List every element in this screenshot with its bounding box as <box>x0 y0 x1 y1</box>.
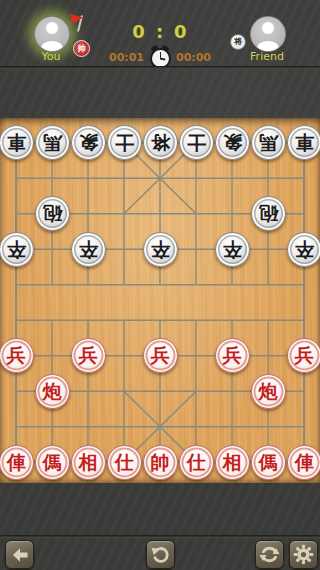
back-button[interactable] <box>5 540 34 569</box>
divider <box>0 66 320 69</box>
piece-red-soldier[interactable]: 兵 <box>287 338 320 373</box>
piece-red-soldier[interactable]: 兵 <box>71 338 106 373</box>
piece-black-soldier[interactable]: 卒 <box>143 232 178 267</box>
score-separator: : <box>156 21 164 42</box>
player-friend-label: Friend <box>232 50 302 63</box>
piece-black-soldier[interactable]: 卒 <box>287 232 320 267</box>
piece-black-cannon[interactable]: 砲 <box>251 196 286 231</box>
xiangqi-app: 帅 You 0:0 00:01 00:00 将 Friend 車馬象士将士象馬車… <box>0 0 320 570</box>
piece-black-horse[interactable]: 馬 <box>251 125 286 160</box>
piece-red-horse[interactable]: 傌 <box>35 445 70 480</box>
xiangqi-board[interactable]: 車馬象士将士象馬車砲砲卒卒卒卒卒兵兵兵兵兵炮炮俥傌相仕帥仕相傌俥 <box>0 118 320 483</box>
piece-red-advisor[interactable]: 仕 <box>107 445 142 480</box>
piece-red-horse[interactable]: 傌 <box>251 445 286 480</box>
undo-icon <box>150 544 171 565</box>
piece-red-chariot[interactable]: 俥 <box>0 445 34 480</box>
piece-black-advisor[interactable]: 士 <box>179 125 214 160</box>
piece-red-cannon[interactable]: 炮 <box>251 374 286 409</box>
timer-you: 00:01 <box>109 51 144 64</box>
clock-icon <box>149 46 171 68</box>
piece-black-horse[interactable]: 馬 <box>35 125 70 160</box>
piece-red-general[interactable]: 帥 <box>143 445 178 480</box>
piece-red-elephant[interactable]: 相 <box>215 445 250 480</box>
piece-black-chariot[interactable]: 車 <box>287 125 320 160</box>
piece-black-soldier[interactable]: 卒 <box>71 232 106 267</box>
bottom-toolbar <box>0 538 320 570</box>
piece-black-chariot[interactable]: 車 <box>0 125 34 160</box>
timer-friend: 00:00 <box>176 51 211 64</box>
piece-red-chariot[interactable]: 俥 <box>287 445 320 480</box>
undo-button[interactable] <box>146 540 175 569</box>
score-you: 0 <box>132 21 146 42</box>
score-friend: 0 <box>174 21 188 42</box>
piece-black-advisor[interactable]: 士 <box>107 125 142 160</box>
restart-button[interactable] <box>255 540 284 569</box>
player-friend-avatar[interactable] <box>250 16 286 52</box>
piece-red-soldier[interactable]: 兵 <box>215 338 250 373</box>
settings-button[interactable] <box>289 540 318 569</box>
back-arrow-icon <box>10 545 30 565</box>
piece-black-soldier[interactable]: 卒 <box>215 232 250 267</box>
piece-red-advisor[interactable]: 仕 <box>179 445 214 480</box>
restart-icon <box>259 544 280 565</box>
pieces-layer: 車馬象士将士象馬車砲砲卒卒卒卒卒兵兵兵兵兵炮炮俥傌相仕帥仕相傌俥 <box>0 125 320 480</box>
piece-black-general[interactable]: 将 <box>143 125 178 160</box>
person-icon <box>262 22 274 34</box>
gear-icon <box>293 544 314 565</box>
piece-black-cannon[interactable]: 砲 <box>35 196 70 231</box>
piece-red-soldier[interactable]: 兵 <box>143 338 178 373</box>
piece-black-elephant[interactable]: 象 <box>215 125 250 160</box>
piece-black-soldier[interactable]: 卒 <box>0 232 34 267</box>
piece-red-cannon[interactable]: 炮 <box>35 374 70 409</box>
black-general-badge: 将 <box>230 34 246 50</box>
piece-red-soldier[interactable]: 兵 <box>0 338 34 373</box>
piece-red-elephant[interactable]: 相 <box>71 445 106 480</box>
piece-black-elephant[interactable]: 象 <box>71 125 106 160</box>
